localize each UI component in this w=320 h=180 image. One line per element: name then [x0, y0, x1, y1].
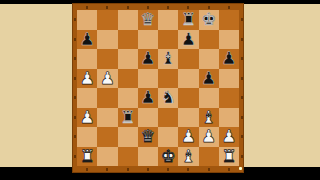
- file-label-top-b: [106, 6, 108, 9]
- square-g5[interactable]: ♟: [199, 69, 219, 89]
- black-rook-c3: ♜: [120, 108, 135, 125]
- square-h8[interactable]: [219, 10, 239, 30]
- square-c1[interactable]: [118, 147, 138, 167]
- square-d6[interactable]: ♟: [138, 49, 158, 69]
- square-b1[interactable]: [97, 147, 117, 167]
- black-pawn-h6: ♟: [221, 50, 236, 67]
- square-g4[interactable]: [199, 88, 219, 108]
- white-bishop-g3: ♝: [201, 108, 216, 125]
- black-rook-f8: ♜: [181, 11, 196, 28]
- square-h6[interactable]: ♟: [219, 49, 239, 69]
- black-pawn-d6: ♟: [140, 50, 155, 67]
- rank-label-right-8: [241, 18, 243, 21]
- square-e8[interactable]: [158, 10, 178, 30]
- rank-label-left-3: [74, 116, 76, 119]
- square-b8[interactable]: [97, 10, 117, 30]
- square-h7[interactable]: [219, 30, 239, 50]
- rank-label-left-4: [74, 96, 76, 99]
- square-e3[interactable]: [158, 108, 178, 128]
- square-a4[interactable]: [77, 88, 97, 108]
- rank-label-right-6: [241, 57, 243, 60]
- square-f4[interactable]: [178, 88, 198, 108]
- rank-label-right-4: [241, 96, 243, 99]
- chess-board[interactable]: ♛♜♚♟♟♟♝♟♟♟♟♟♞♟♜♝♛♟♟♟♜♚♝♜: [77, 10, 239, 166]
- file-label-top-e: [167, 6, 169, 9]
- square-e2[interactable]: [158, 127, 178, 147]
- square-a2[interactable]: [77, 127, 97, 147]
- square-b5[interactable]: ♟: [97, 69, 117, 89]
- square-h1[interactable]: ♜: [219, 147, 239, 167]
- square-f1[interactable]: ♝: [178, 147, 198, 167]
- white-pawn-g2: ♟: [201, 128, 216, 145]
- file-label-top-f: [187, 6, 189, 9]
- video-frame: ♛♜♚♟♟♟♝♟♟♟♟♟♞♟♜♝♛♟♟♟♜♚♝♜: [0, 0, 320, 180]
- rank-label-left-7: [74, 38, 76, 41]
- white-queen-d2: ♛: [140, 128, 155, 145]
- file-label-bottom-c: [127, 168, 129, 171]
- rank-label-right-7: [241, 38, 243, 41]
- square-a6[interactable]: [77, 49, 97, 69]
- square-e6[interactable]: ♝: [158, 49, 178, 69]
- file-label-top-d: [147, 6, 149, 9]
- white-pawn-a5: ♟: [80, 69, 95, 86]
- rank-label-left-1: [74, 155, 76, 158]
- square-d8[interactable]: ♛: [138, 10, 158, 30]
- rank-label-right-5: [241, 77, 243, 80]
- black-king-g8: ♚: [201, 11, 216, 28]
- square-c3[interactable]: ♜: [118, 108, 138, 128]
- rank-label-left-8: [74, 18, 76, 21]
- square-h4[interactable]: [219, 88, 239, 108]
- square-b3[interactable]: [97, 108, 117, 128]
- file-label-bottom-a: [86, 168, 88, 171]
- black-pawn-a7: ♟: [80, 30, 95, 47]
- white-pawn-a3: ♟: [80, 108, 95, 125]
- black-bishop-e6: ♝: [161, 50, 176, 67]
- square-a5[interactable]: ♟: [77, 69, 97, 89]
- white-pawn-b5: ♟: [100, 69, 115, 86]
- rank-label-right-3: [241, 116, 243, 119]
- square-e7[interactable]: [158, 30, 178, 50]
- square-f3[interactable]: [178, 108, 198, 128]
- file-label-bottom-e: [167, 168, 169, 171]
- square-a3[interactable]: ♟: [77, 108, 97, 128]
- square-c5[interactable]: [118, 69, 138, 89]
- rank-label-left-5: [74, 77, 76, 80]
- square-f5[interactable]: [178, 69, 198, 89]
- file-label-bottom-b: [106, 168, 108, 171]
- square-g3[interactable]: ♝: [199, 108, 219, 128]
- square-c6[interactable]: [118, 49, 138, 69]
- square-g8[interactable]: ♚: [199, 10, 219, 30]
- square-e5[interactable]: [158, 69, 178, 89]
- square-d1[interactable]: [138, 147, 158, 167]
- white-rook-a1: ♜: [80, 147, 95, 164]
- file-label-top-a: [86, 6, 88, 9]
- square-e4[interactable]: ♞: [158, 88, 178, 108]
- square-b6[interactable]: [97, 49, 117, 69]
- square-d4[interactable]: ♟: [138, 88, 158, 108]
- file-label-bottom-h: [228, 168, 230, 171]
- rank-label-right-2: [241, 135, 243, 138]
- square-c7[interactable]: [118, 30, 138, 50]
- square-c2[interactable]: [118, 127, 138, 147]
- white-pawn-f2: ♟: [181, 128, 196, 145]
- square-b2[interactable]: [97, 127, 117, 147]
- square-f8[interactable]: ♜: [178, 10, 198, 30]
- square-g6[interactable]: [199, 49, 219, 69]
- rank-label-left-6: [74, 57, 76, 60]
- square-d5[interactable]: [138, 69, 158, 89]
- square-h2[interactable]: ♟: [219, 127, 239, 147]
- rank-label-right-1: [241, 155, 243, 158]
- square-a1[interactable]: ♜: [77, 147, 97, 167]
- square-e1[interactable]: ♚: [158, 147, 178, 167]
- square-g7[interactable]: [199, 30, 219, 50]
- square-a7[interactable]: ♟: [77, 30, 97, 50]
- file-label-top-g: [208, 6, 210, 9]
- rank-label-left-2: [74, 135, 76, 138]
- file-label-top-c: [127, 6, 129, 9]
- side-to-move-dot: [239, 167, 242, 170]
- black-knight-e4: ♞: [161, 89, 176, 106]
- square-b4[interactable]: [97, 88, 117, 108]
- square-f2[interactable]: ♟: [178, 127, 198, 147]
- square-h3[interactable]: [219, 108, 239, 128]
- file-label-bottom-d: [147, 168, 149, 171]
- square-d7[interactable]: [138, 30, 158, 50]
- white-pawn-h2: ♟: [221, 128, 236, 145]
- square-b7[interactable]: [97, 30, 117, 50]
- white-king-e1: ♚: [161, 147, 176, 164]
- square-g2[interactable]: ♟: [199, 127, 219, 147]
- square-a8[interactable]: [77, 10, 97, 30]
- white-rook-h1: ♜: [221, 147, 236, 164]
- square-c4[interactable]: [118, 88, 138, 108]
- square-h5[interactable]: [219, 69, 239, 89]
- black-queen-d8: ♛: [140, 11, 155, 28]
- file-label-bottom-g: [208, 168, 210, 171]
- square-f6[interactable]: [178, 49, 198, 69]
- black-pawn-f7: ♟: [181, 30, 196, 47]
- board-frame: ♛♜♚♟♟♟♝♟♟♟♟♟♞♟♜♝♛♟♟♟♜♚♝♜: [73, 4, 243, 172]
- file-label-top-h: [228, 6, 230, 9]
- file-label-bottom-f: [187, 168, 189, 171]
- black-pawn-g5: ♟: [201, 69, 216, 86]
- square-g1[interactable]: [199, 147, 219, 167]
- square-f7[interactable]: ♟: [178, 30, 198, 50]
- square-c8[interactable]: [118, 10, 138, 30]
- square-d2[interactable]: ♛: [138, 127, 158, 147]
- white-bishop-f1: ♝: [181, 147, 196, 164]
- square-d3[interactable]: [138, 108, 158, 128]
- black-pawn-d4: ♟: [140, 89, 155, 106]
